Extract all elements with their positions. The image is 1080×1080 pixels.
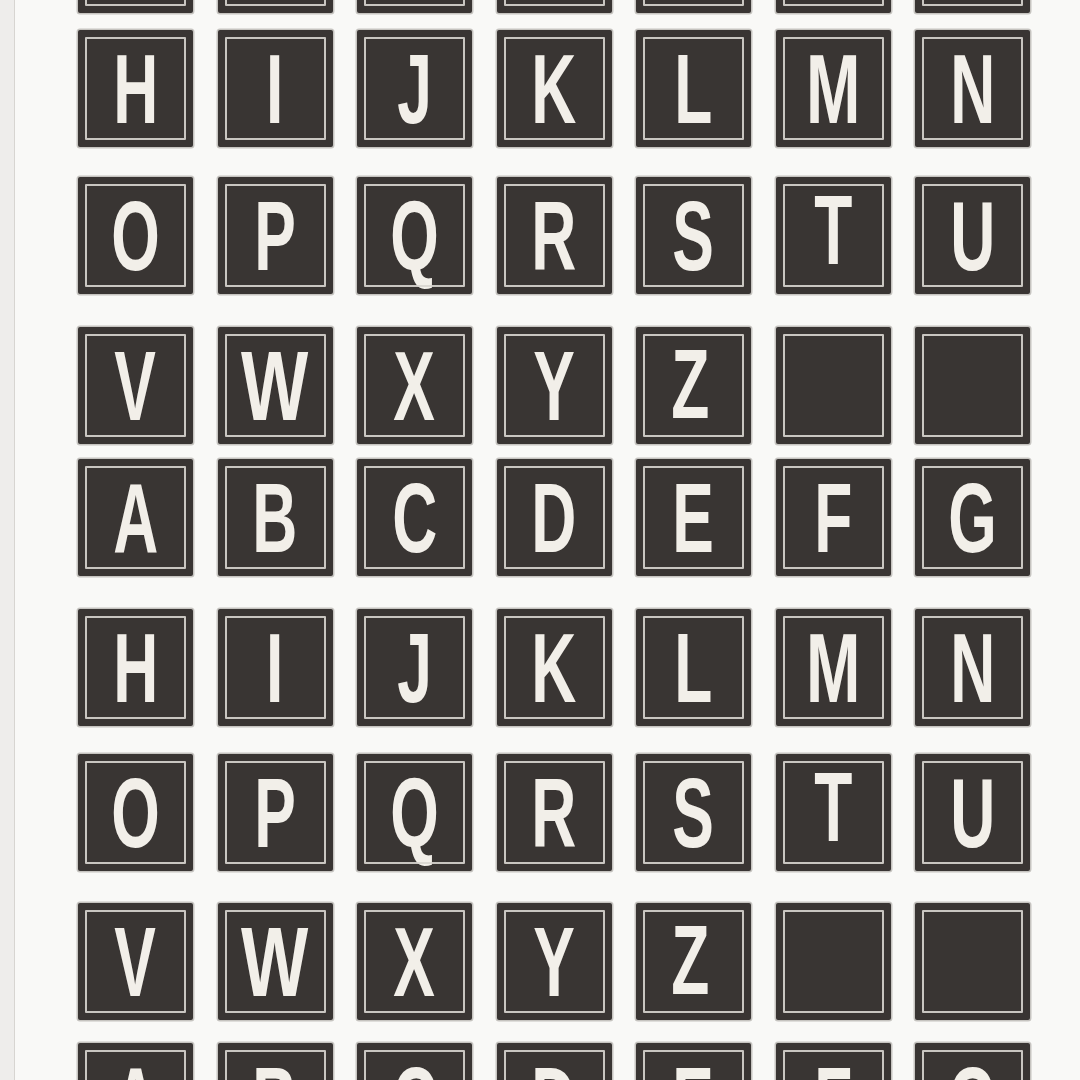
letter-tile-N[interactable]: N (915, 609, 1030, 726)
letter-tile-P[interactable]: P (218, 177, 333, 294)
tile-letter: Z (671, 334, 709, 433)
letter-tile-Z[interactable]: Z (636, 327, 751, 444)
letter-tile-Q[interactable]: Q (357, 177, 472, 294)
letter-tile-I[interactable]: I (218, 30, 333, 147)
tile-letter: S (673, 763, 715, 862)
tile-letter: X (394, 336, 436, 435)
letter-tile-S[interactable]: S (636, 177, 751, 294)
letter-tile-K[interactable]: K (497, 609, 612, 726)
tile-letter: D (531, 0, 576, 4)
tile-letter: K (531, 39, 576, 138)
tile-letter: Q (390, 186, 439, 285)
letter-tile-W[interactable]: W (218, 327, 333, 444)
letter-tile-G[interactable]: G (915, 0, 1030, 13)
letter-tile-U[interactable]: U (915, 754, 1030, 871)
tile-letter: G (948, 0, 997, 4)
tile-letter: L (674, 618, 712, 717)
letter-tile-E[interactable]: E (636, 0, 751, 13)
letter-tile-Y[interactable]: Y (497, 903, 612, 1020)
tile-letter: Y (533, 912, 575, 1011)
sticker-sheet: ABCDEFGHIJKLMNOPQRSTUVWXYZABCDEFGHIJKLMN… (0, 0, 1080, 1080)
tile-letter: J (397, 618, 432, 717)
tile-letter: Y (533, 336, 575, 435)
letter-tile-M[interactable]: M (776, 609, 891, 726)
tile-row-7: VWXYZ (78, 903, 1030, 1020)
tile-letter: O (111, 763, 160, 862)
tile-letter: C (392, 0, 437, 4)
tile-letter: P (254, 186, 296, 285)
letter-tile-E[interactable]: E (636, 459, 751, 576)
tile-letter: T (814, 180, 852, 279)
letter-tile-C[interactable]: C (357, 1043, 472, 1080)
letter-tile-H[interactable]: H (78, 30, 193, 147)
letter-tile-W[interactable]: W (218, 903, 333, 1020)
tile-letter: U (950, 186, 995, 285)
letter-tile-G[interactable]: G (915, 459, 1030, 576)
letter-tile-J[interactable]: J (357, 609, 472, 726)
sheet-left-edge (0, 0, 15, 1080)
letter-tile-D[interactable]: D (497, 1043, 612, 1080)
tile-letter: F (814, 0, 852, 4)
letter-tile-M[interactable]: M (776, 30, 891, 147)
tile-row-3: VWXYZ (78, 327, 1030, 444)
tile-letter: E (673, 1052, 715, 1080)
tile-letter: I (266, 39, 283, 138)
tile-letter: C (392, 1052, 437, 1080)
letter-tile-Y[interactable]: Y (497, 327, 612, 444)
letter-tile-X[interactable]: X (357, 903, 472, 1020)
tile-letter: K (531, 618, 576, 717)
tile-letter: A (113, 468, 158, 567)
blank-tile[interactable] (776, 903, 891, 1020)
letter-tile-L[interactable]: L (636, 609, 751, 726)
letter-tile-O[interactable]: O (78, 754, 193, 871)
tile-row-1: HIJKLMN (78, 30, 1030, 147)
tile-letter: M (806, 618, 860, 717)
tile-letter: R (531, 763, 576, 862)
letter-tile-C[interactable]: C (357, 0, 472, 13)
tile-letter: P (254, 763, 296, 862)
letter-tile-A[interactable]: A (78, 1043, 193, 1080)
letter-tile-X[interactable]: X (357, 327, 472, 444)
tile-letter: D (531, 468, 576, 567)
tile-letter: H (113, 618, 158, 717)
letter-tile-I[interactable]: I (218, 609, 333, 726)
tile-letter: B (252, 1052, 297, 1080)
letter-tile-B[interactable]: B (218, 1043, 333, 1080)
tile-letter: I (266, 618, 283, 717)
tile-letter: E (673, 0, 715, 4)
letter-tile-J[interactable]: J (357, 30, 472, 147)
letter-tile-K[interactable]: K (497, 30, 612, 147)
tile-letter: T (814, 757, 852, 856)
tile-row-2: OPQRSTU (78, 177, 1030, 294)
blank-tile[interactable] (915, 327, 1030, 444)
letter-tile-H[interactable]: H (78, 609, 193, 726)
tile-letter: N (950, 39, 995, 138)
letter-tile-A[interactable]: A (78, 459, 193, 576)
letter-tile-L[interactable]: L (636, 30, 751, 147)
letter-tile-V[interactable]: V (78, 903, 193, 1020)
letter-tile-U[interactable]: U (915, 177, 1030, 294)
tile-letter: X (394, 912, 436, 1011)
letter-tile-F[interactable]: F (776, 459, 891, 576)
tile-letter: F (814, 1052, 852, 1080)
letter-tile-N[interactable]: N (915, 30, 1030, 147)
tile-letter: H (113, 39, 158, 138)
tile-letter: G (948, 1052, 997, 1080)
letter-tile-V[interactable]: V (78, 327, 193, 444)
tile-letter: G (948, 468, 997, 567)
tile-letter: W (241, 336, 308, 435)
letter-tile-P[interactable]: P (218, 754, 333, 871)
blank-tile[interactable] (915, 903, 1030, 1020)
tile-letter: Q (390, 763, 439, 862)
tile-letter: V (115, 336, 157, 435)
letter-tile-T[interactable]: T (776, 177, 891, 294)
letter-tile-Q[interactable]: Q (357, 754, 472, 871)
letter-tile-O[interactable]: O (78, 177, 193, 294)
tile-row-8: ABCDEFG (78, 1043, 1030, 1080)
tile-letter: B (252, 0, 297, 4)
letter-tile-D[interactable]: D (497, 0, 612, 13)
tile-letter: D (531, 1052, 576, 1080)
letter-tile-R[interactable]: R (497, 754, 612, 871)
letter-tile-D[interactable]: D (497, 459, 612, 576)
tile-letter: M (806, 39, 860, 138)
letter-tile-R[interactable]: R (497, 177, 612, 294)
letter-tile-F[interactable]: F (776, 1043, 891, 1080)
letter-tile-C[interactable]: C (357, 459, 472, 576)
letter-tile-E[interactable]: E (636, 1043, 751, 1080)
tile-row-5: HIJKLMN (78, 609, 1030, 726)
tile-letter: R (531, 186, 576, 285)
tile-letter: C (392, 468, 437, 567)
tile-letter: A (113, 1052, 158, 1080)
letter-tile-S[interactable]: S (636, 754, 751, 871)
letter-tile-B[interactable]: B (218, 0, 333, 13)
tile-letter: O (111, 186, 160, 285)
letter-tile-B[interactable]: B (218, 459, 333, 576)
tile-row-4: ABCDEFG (78, 459, 1030, 576)
letter-tile-A[interactable]: A (78, 0, 193, 13)
blank-tile[interactable] (776, 327, 891, 444)
tile-letter: V (115, 912, 157, 1011)
tile-letter: B (252, 468, 297, 567)
tile-letter: Z (671, 910, 709, 1009)
tile-letter: N (950, 618, 995, 717)
letter-tile-G[interactable]: G (915, 1043, 1030, 1080)
tile-row-0: ABCDEFG (78, 0, 1030, 13)
tile-letter: F (814, 468, 852, 567)
letter-tile-T[interactable]: T (776, 754, 891, 871)
tile-letter: S (673, 186, 715, 285)
tile-letter: L (674, 39, 712, 138)
tile-letter: E (673, 468, 715, 567)
tile-letter: W (241, 912, 308, 1011)
letter-tile-Z[interactable]: Z (636, 903, 751, 1020)
letter-tile-F[interactable]: F (776, 0, 891, 13)
tile-letter: A (113, 0, 158, 4)
tile-letter: J (397, 39, 432, 138)
tile-row-6: OPQRSTU (78, 754, 1030, 871)
tile-letter: U (950, 763, 995, 862)
